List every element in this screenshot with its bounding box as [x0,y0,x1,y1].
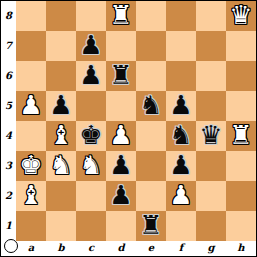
square-c6[interactable]: ♟ [76,61,106,91]
square-b3[interactable]: ♞ [46,151,76,181]
square-b4[interactable]: ♝ [46,121,76,151]
square-b8[interactable] [46,1,76,31]
square-g8[interactable] [196,1,226,31]
square-g6[interactable] [196,61,226,91]
square-g7[interactable] [196,31,226,61]
square-h8[interactable]: ♛ [226,1,256,31]
square-b7[interactable] [46,31,76,61]
square-h6[interactable] [226,61,256,91]
piece-black-pawn-c7[interactable]: ♟ [76,31,106,61]
square-d5[interactable] [106,91,136,121]
square-e5[interactable]: ♞ [136,91,166,121]
piece-black-pawn-c6[interactable]: ♟ [76,61,106,91]
file-label-b: b [46,241,76,256]
square-b5[interactable]: ♟ [46,91,76,121]
piece-white-bishop-a2[interactable]: ♝ [16,181,46,211]
chess-diagram: ♜♛♟♟♜♟♟♞♟♝♚♟♞♛♜♚♞♞♟♟♝♟♟♜ 87654321 abcdef… [0,0,257,257]
piece-black-pawn-d3[interactable]: ♟ [106,151,136,181]
chessboard: ♜♛♟♟♜♟♟♞♟♝♚♟♞♛♜♚♞♞♟♟♝♟♟♜ [16,1,256,241]
square-d2[interactable]: ♟ [106,181,136,211]
square-e3[interactable] [136,151,166,181]
square-g3[interactable] [196,151,226,181]
square-b6[interactable] [46,61,76,91]
piece-black-rook-d6[interactable]: ♜ [106,61,136,91]
file-label-e: e [136,241,166,256]
piece-black-rook-e1[interactable]: ♜ [136,211,166,241]
square-c2[interactable] [76,181,106,211]
rank-label-5: 5 [1,91,16,121]
file-labels: abcdefgh [16,241,256,256]
piece-white-knight-b3[interactable]: ♞ [46,151,76,181]
rank-labels: 87654321 [1,1,16,241]
square-c8[interactable] [76,1,106,31]
rank-label-6: 6 [1,61,16,91]
piece-black-king-c4[interactable]: ♚ [76,121,106,151]
square-g2[interactable] [196,181,226,211]
square-f1[interactable] [166,211,196,241]
white-to-move-indicator [4,239,18,253]
rank-label-2: 2 [1,181,16,211]
file-label-f: f [166,241,196,256]
square-a6[interactable] [16,61,46,91]
square-g5[interactable] [196,91,226,121]
square-h4[interactable]: ♜ [226,121,256,151]
square-e7[interactable] [136,31,166,61]
piece-white-rook-h4[interactable]: ♜ [226,121,256,151]
square-a1[interactable] [16,211,46,241]
square-d3[interactable]: ♟ [106,151,136,181]
square-e8[interactable] [136,1,166,31]
piece-white-pawn-d4[interactable]: ♟ [106,121,136,151]
square-h7[interactable] [226,31,256,61]
rank-label-3: 3 [1,151,16,181]
square-d8[interactable]: ♜ [106,1,136,31]
piece-black-pawn-d2[interactable]: ♟ [106,181,136,211]
square-b2[interactable] [46,181,76,211]
piece-black-pawn-f5[interactable]: ♟ [166,91,196,121]
file-label-c: c [76,241,106,256]
square-f7[interactable] [166,31,196,61]
square-c5[interactable] [76,91,106,121]
square-h2[interactable] [226,181,256,211]
file-label-h: h [226,241,256,256]
square-f8[interactable] [166,1,196,31]
file-label-d: d [106,241,136,256]
square-d4[interactable]: ♟ [106,121,136,151]
square-c4[interactable]: ♚ [76,121,106,151]
square-b1[interactable] [46,211,76,241]
piece-black-pawn-f3[interactable]: ♟ [166,151,196,181]
square-g1[interactable] [196,211,226,241]
square-e6[interactable] [136,61,166,91]
square-a4[interactable] [16,121,46,151]
square-a7[interactable] [16,31,46,61]
square-d7[interactable] [106,31,136,61]
rank-label-8: 8 [1,1,16,31]
rank-label-4: 4 [1,121,16,151]
piece-white-pawn-f2[interactable]: ♟ [166,181,196,211]
piece-black-pawn-b5[interactable]: ♟ [46,91,76,121]
square-c7[interactable]: ♟ [76,31,106,61]
square-a5[interactable]: ♟ [16,91,46,121]
square-e2[interactable] [136,181,166,211]
square-e1[interactable]: ♜ [136,211,166,241]
square-f3[interactable]: ♟ [166,151,196,181]
square-f6[interactable] [166,61,196,91]
piece-white-knight-c3[interactable]: ♞ [76,151,106,181]
square-c1[interactable] [76,211,106,241]
square-a2[interactable]: ♝ [16,181,46,211]
piece-white-king-a3[interactable]: ♚ [16,151,46,181]
square-h5[interactable] [226,91,256,121]
square-f5[interactable]: ♟ [166,91,196,121]
rank-label-1: 1 [1,211,16,241]
file-label-g: g [196,241,226,256]
square-d1[interactable] [106,211,136,241]
piece-black-queen-g4[interactable]: ♛ [196,121,226,151]
piece-black-knight-f4[interactable]: ♞ [166,121,196,151]
piece-white-queen-h8[interactable]: ♛ [226,1,256,31]
piece-white-rook-d8[interactable]: ♜ [106,1,136,31]
square-h3[interactable] [226,151,256,181]
square-h1[interactable] [226,211,256,241]
square-a3[interactable]: ♚ [16,151,46,181]
square-a8[interactable] [16,1,46,31]
piece-white-bishop-b4[interactable]: ♝ [46,121,76,151]
piece-white-pawn-a5[interactable]: ♟ [16,91,46,121]
piece-black-knight-e5[interactable]: ♞ [136,91,166,121]
square-g4[interactable]: ♛ [196,121,226,151]
square-e4[interactable] [136,121,166,151]
rank-label-7: 7 [1,31,16,61]
square-d6[interactable]: ♜ [106,61,136,91]
square-f4[interactable]: ♞ [166,121,196,151]
square-f2[interactable]: ♟ [166,181,196,211]
file-label-a: a [16,241,46,256]
square-c3[interactable]: ♞ [76,151,106,181]
